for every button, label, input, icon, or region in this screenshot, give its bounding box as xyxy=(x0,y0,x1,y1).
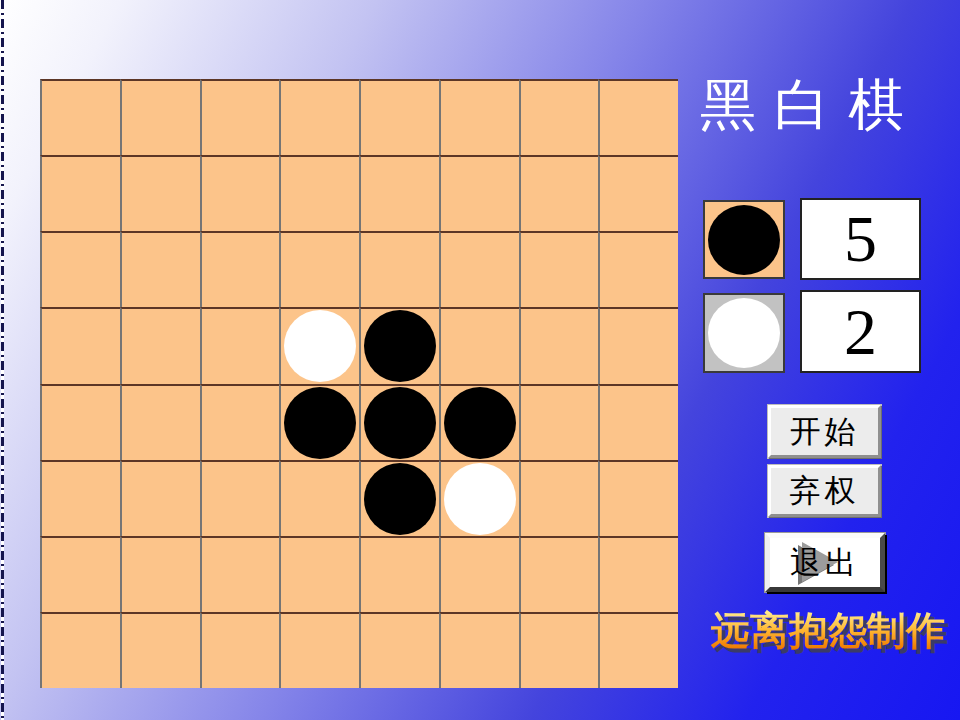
board-cell-a6[interactable] xyxy=(40,460,120,536)
black-disc xyxy=(364,463,436,535)
black-disc-icon xyxy=(708,205,780,275)
board-cell-g4[interactable] xyxy=(519,307,599,383)
exit-button-label: 退出 xyxy=(790,545,860,580)
board-cell-e4[interactable] xyxy=(359,307,439,383)
board-cell-f3[interactable] xyxy=(439,231,519,307)
board-cell-d1[interactable] xyxy=(279,79,359,155)
board-cell-g7[interactable] xyxy=(519,536,599,612)
black-disc xyxy=(284,387,356,459)
board-cell-b3[interactable] xyxy=(120,231,200,307)
board xyxy=(40,79,678,688)
board-cell-h7[interactable] xyxy=(598,536,678,612)
board-cell-c5[interactable] xyxy=(200,384,280,460)
white-piece-indicator xyxy=(703,293,785,373)
slide-background: 黑白棋 5 2 开始 弃权 退出 远离抱怨制作 远离抱怨制作 xyxy=(0,0,960,720)
board-cell-h2[interactable] xyxy=(598,155,678,231)
board-cell-f5[interactable] xyxy=(439,384,519,460)
board-cell-e5[interactable] xyxy=(359,384,439,460)
credit-text-face: 远离抱怨制作 xyxy=(711,609,945,652)
board-cell-g8[interactable] xyxy=(519,612,599,688)
board-cell-f2[interactable] xyxy=(439,155,519,231)
black-disc xyxy=(444,387,516,459)
board-cell-g1[interactable] xyxy=(519,79,599,155)
board-cell-h4[interactable] xyxy=(598,307,678,383)
board-cell-h5[interactable] xyxy=(598,384,678,460)
board-cell-c3[interactable] xyxy=(200,231,280,307)
board-cell-h1[interactable] xyxy=(598,79,678,155)
white-disc-icon xyxy=(708,298,780,368)
board-cell-d8[interactable] xyxy=(279,612,359,688)
black-disc xyxy=(364,387,436,459)
board-cell-b6[interactable] xyxy=(120,460,200,536)
white-disc xyxy=(444,463,516,535)
board-cell-d6[interactable] xyxy=(279,460,359,536)
board-cell-e1[interactable] xyxy=(359,79,439,155)
board-cell-c8[interactable] xyxy=(200,612,280,688)
board-cell-g5[interactable] xyxy=(519,384,599,460)
start-button[interactable]: 开始 xyxy=(768,405,881,458)
board-cell-b4[interactable] xyxy=(120,307,200,383)
board-cell-g3[interactable] xyxy=(519,231,599,307)
board-cell-b8[interactable] xyxy=(120,612,200,688)
board-cell-b2[interactable] xyxy=(120,155,200,231)
white-score-value: 2 xyxy=(800,290,921,373)
board-cell-g6[interactable] xyxy=(519,460,599,536)
board-cell-c1[interactable] xyxy=(200,79,280,155)
board-cell-h8[interactable] xyxy=(598,612,678,688)
board-cell-f4[interactable] xyxy=(439,307,519,383)
board-cell-f1[interactable] xyxy=(439,79,519,155)
board-cell-b1[interactable] xyxy=(120,79,200,155)
black-piece-indicator xyxy=(703,200,785,279)
board-cell-e2[interactable] xyxy=(359,155,439,231)
board-cell-c4[interactable] xyxy=(200,307,280,383)
board-cell-c7[interactable] xyxy=(200,536,280,612)
white-disc xyxy=(284,310,356,382)
pass-button-label: 弃权 xyxy=(790,473,860,508)
board-cell-e7[interactable] xyxy=(359,536,439,612)
board-cell-c2[interactable] xyxy=(200,155,280,231)
start-button-label: 开始 xyxy=(790,414,860,449)
board-cell-e6[interactable] xyxy=(359,460,439,536)
board-cell-h6[interactable] xyxy=(598,460,678,536)
page-title: 黑白棋 xyxy=(696,68,926,144)
board-cell-f8[interactable] xyxy=(439,612,519,688)
board-cell-d5[interactable] xyxy=(279,384,359,460)
board-cell-d4[interactable] xyxy=(279,307,359,383)
board-cell-f6[interactable] xyxy=(439,460,519,536)
board-cell-f7[interactable] xyxy=(439,536,519,612)
board-cell-g2[interactable] xyxy=(519,155,599,231)
board-cell-a5[interactable] xyxy=(40,384,120,460)
board-cell-a3[interactable] xyxy=(40,231,120,307)
board-cell-c6[interactable] xyxy=(200,460,280,536)
exit-button[interactable]: 退出 xyxy=(765,533,885,592)
board-cell-h3[interactable] xyxy=(598,231,678,307)
board-cell-e8[interactable] xyxy=(359,612,439,688)
board-cell-d7[interactable] xyxy=(279,536,359,612)
board-cell-d3[interactable] xyxy=(279,231,359,307)
board-cell-b7[interactable] xyxy=(120,536,200,612)
board-cell-a4[interactable] xyxy=(40,307,120,383)
pass-button[interactable]: 弃权 xyxy=(768,465,881,517)
credit-text: 远离抱怨制作 远离抱怨制作 xyxy=(700,604,956,658)
board-cell-d2[interactable] xyxy=(279,155,359,231)
board-cell-a8[interactable] xyxy=(40,612,120,688)
board-cell-a2[interactable] xyxy=(40,155,120,231)
black-score-value: 5 xyxy=(800,198,921,280)
othello-app-window: { "game": "othello (reversi, 黑白棋)", "tit… xyxy=(0,0,960,720)
board-cell-b5[interactable] xyxy=(120,384,200,460)
board-cell-a1[interactable] xyxy=(40,79,120,155)
left-dashed-guide-line xyxy=(1,0,4,720)
board-cell-e3[interactable] xyxy=(359,231,439,307)
black-disc xyxy=(364,310,436,382)
board-cell-a7[interactable] xyxy=(40,536,120,612)
